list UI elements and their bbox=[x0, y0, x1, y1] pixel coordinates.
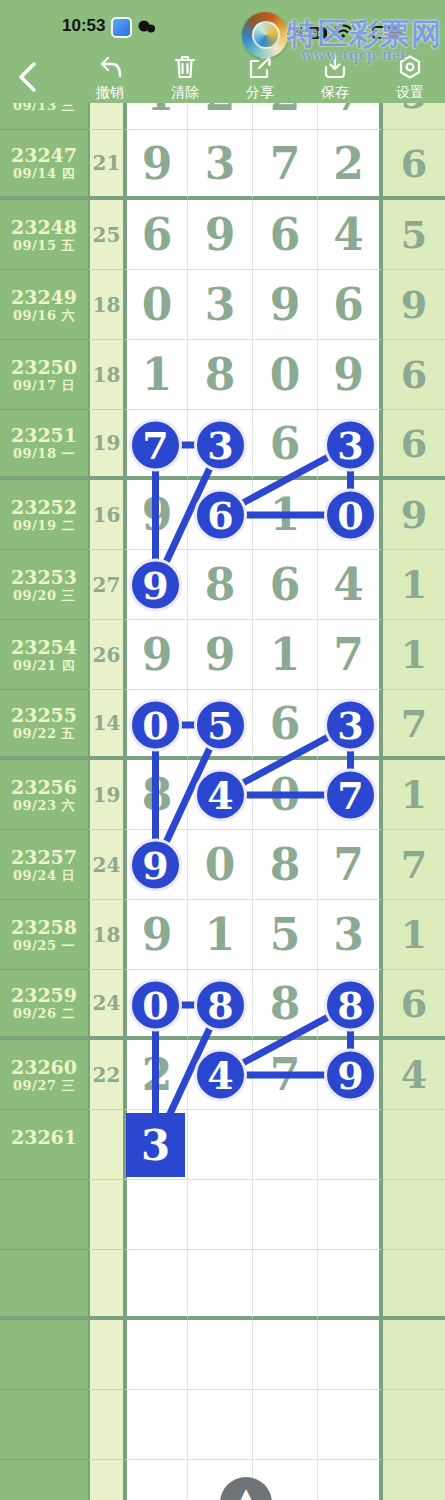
sum-cell: 16 bbox=[88, 480, 123, 550]
digit-cell[interactable]: 0 bbox=[318, 480, 383, 550]
digit-cell[interactable]: 8 bbox=[123, 760, 188, 830]
digit-cell[interactable]: 0 bbox=[123, 690, 188, 760]
table-row: 2325709/24 日2490877 bbox=[0, 830, 445, 900]
extra-digit-cell[interactable]: 6 bbox=[383, 970, 445, 1040]
table-row: 2325009/17 日1818096 bbox=[0, 340, 445, 410]
sum-cell: 19 bbox=[88, 760, 123, 830]
digit-cell[interactable]: 9 bbox=[123, 830, 188, 900]
digit-cell[interactable] bbox=[123, 1320, 188, 1390]
digit-cell[interactable] bbox=[123, 1180, 188, 1250]
table-row: 2325209/19 二1696109 bbox=[0, 480, 445, 550]
undo-label: 撤销 bbox=[78, 84, 142, 102]
table-row: 2325809/25 一1891531 bbox=[0, 900, 445, 970]
digit-cell[interactable] bbox=[123, 1110, 188, 1180]
issue-date-cell bbox=[0, 1320, 88, 1390]
table-row: 2324709/14 四2193726 bbox=[0, 130, 445, 200]
table-row bbox=[0, 1250, 445, 1320]
table-row: 2325409/21 四2699171 bbox=[0, 620, 445, 690]
digit-cell[interactable]: 2 bbox=[123, 1040, 188, 1110]
digit-cell[interactable]: 3 bbox=[188, 130, 253, 200]
extra-digit-cell[interactable]: 9 bbox=[383, 480, 445, 550]
digit-cell[interactable]: 0 bbox=[253, 340, 318, 410]
issue-number: 23261 bbox=[11, 1126, 77, 1148]
sum-cell: 24 bbox=[88, 830, 123, 900]
digit-cell[interactable]: 9 bbox=[318, 1040, 383, 1110]
sum-cell: 22 bbox=[88, 1040, 123, 1110]
digit-cell[interactable] bbox=[253, 1180, 318, 1250]
draw-date: 09/22 五 bbox=[13, 726, 75, 742]
digit-cell[interactable]: 1 bbox=[253, 620, 318, 690]
extra-digit-cell[interactable]: 6 bbox=[383, 340, 445, 410]
digit-cell[interactable]: 4 bbox=[188, 760, 253, 830]
draw-date: 09/19 二 bbox=[13, 518, 75, 534]
digit-cell[interactable]: 0 bbox=[188, 830, 253, 900]
issue-date-cell: 2325309/20 三 bbox=[0, 550, 88, 620]
digit-cell[interactable] bbox=[318, 1460, 383, 1500]
save-label: 保存 bbox=[303, 84, 367, 102]
issue-number: 23250 bbox=[11, 356, 77, 378]
sum-cell: 14 bbox=[88, 690, 123, 760]
table-row: 23261 bbox=[0, 1110, 445, 1180]
extra-digit-cell[interactable]: 1 bbox=[383, 550, 445, 620]
table-row: 2325309/20 三2798641 bbox=[0, 550, 445, 620]
extra-digit-cell[interactable] bbox=[383, 1320, 445, 1390]
table-row: 2325509/22 五1405637 bbox=[0, 690, 445, 760]
digit-cell[interactable] bbox=[318, 1250, 383, 1320]
digit-cell[interactable] bbox=[188, 1390, 253, 1460]
digit-cell[interactable]: 9 bbox=[123, 620, 188, 690]
trend-chart-table: 09/13 三422752324709/14 四21937262324809/1… bbox=[0, 60, 445, 1500]
extra-digit-cell[interactable]: 4 bbox=[383, 1040, 445, 1110]
notification-icon bbox=[138, 20, 156, 33]
clock-time: 10:53 bbox=[62, 16, 105, 36]
extra-digit-cell[interactable]: 9 bbox=[383, 270, 445, 340]
sum-cell bbox=[88, 1180, 123, 1250]
digit-cell[interactable] bbox=[253, 1320, 318, 1390]
digit-cell[interactable]: 6 bbox=[188, 480, 253, 550]
issue-date-cell: 2325109/18 一 bbox=[0, 410, 88, 480]
digit-cell[interactable]: 4 bbox=[318, 200, 383, 270]
share-label: 分享 bbox=[228, 84, 292, 102]
digit-cell[interactable] bbox=[123, 1250, 188, 1320]
digit-cell[interactable]: 8 bbox=[253, 970, 318, 1040]
extra-digit-cell[interactable]: 6 bbox=[383, 410, 445, 480]
table-row: 2325909/26 二2408886 bbox=[0, 970, 445, 1040]
digit-cell[interactable]: 9 bbox=[188, 200, 253, 270]
issue-date-cell: 2325709/24 日 bbox=[0, 830, 88, 900]
digit-cell[interactable]: 9 bbox=[123, 130, 188, 200]
undo-icon bbox=[96, 54, 124, 80]
extra-digit-cell[interactable]: 5 bbox=[383, 200, 445, 270]
issue-number: 23256 bbox=[11, 776, 77, 798]
issue-date-cell: 2325809/25 一 bbox=[0, 900, 88, 970]
issue-number: 23248 bbox=[11, 216, 77, 238]
digit-cell[interactable]: 4 bbox=[188, 1040, 253, 1110]
table-row: 2325109/18 一1973636 bbox=[0, 410, 445, 480]
digit-cell[interactable]: 6 bbox=[253, 200, 318, 270]
table-row: 2326009/27 三2224794 bbox=[0, 1040, 445, 1110]
draw-date: 09/25 一 bbox=[13, 938, 75, 954]
issue-number: 23258 bbox=[11, 916, 77, 938]
share-button[interactable]: 分享 bbox=[228, 54, 292, 102]
issue-date-cell: 2325209/19 二 bbox=[0, 480, 88, 550]
issue-date-cell: 2325009/17 日 bbox=[0, 340, 88, 410]
extra-digit-cell[interactable] bbox=[383, 1460, 445, 1500]
issue-number: 23257 bbox=[11, 846, 77, 868]
trash-icon bbox=[172, 54, 198, 80]
issue-date-cell: 2325609/23 六 bbox=[0, 760, 88, 830]
issue-date-cell: 2324709/14 四 bbox=[0, 130, 88, 200]
extra-digit-cell[interactable]: 6 bbox=[383, 130, 445, 200]
sum-cell: 24 bbox=[88, 970, 123, 1040]
draw-date: 09/26 二 bbox=[13, 1006, 75, 1022]
issue-date-cell: 2325509/22 五 bbox=[0, 690, 88, 760]
digit-cell[interactable]: 6 bbox=[318, 270, 383, 340]
digit-cell[interactable]: 8 bbox=[188, 550, 253, 620]
settings-label: 设置 bbox=[378, 84, 442, 102]
digit-cell[interactable] bbox=[318, 1320, 383, 1390]
digit-cell[interactable]: 4 bbox=[318, 550, 383, 620]
sum-cell: 25 bbox=[88, 200, 123, 270]
table-row: 2324809/15 五2569645 bbox=[0, 200, 445, 270]
draw-date: 09/16 六 bbox=[13, 308, 75, 324]
digit-cell[interactable]: 3 bbox=[318, 690, 383, 760]
digit-cell[interactable] bbox=[123, 1460, 188, 1500]
extra-digit-cell[interactable]: 1 bbox=[383, 760, 445, 830]
digit-cell[interactable]: 0 bbox=[253, 760, 318, 830]
draw-date: 09/17 日 bbox=[13, 378, 75, 394]
digit-cell[interactable]: 9 bbox=[253, 270, 318, 340]
issue-date-cell: 2324809/15 五 bbox=[0, 200, 88, 270]
clear-button[interactable]: 清除 bbox=[153, 54, 217, 102]
digit-cell[interactable] bbox=[318, 1390, 383, 1460]
issue-date-cell bbox=[0, 1390, 88, 1460]
digit-cell[interactable]: 9 bbox=[123, 480, 188, 550]
digit-cell[interactable] bbox=[318, 1110, 383, 1180]
issue-date-cell bbox=[0, 1250, 88, 1320]
issue-date-cell: 23261 bbox=[0, 1110, 88, 1180]
up-triangle-icon: ▲ bbox=[240, 1485, 252, 1500]
extra-digit-cell[interactable] bbox=[383, 1180, 445, 1250]
digit-cell[interactable]: 3 bbox=[188, 410, 253, 480]
digit-cell[interactable]: 7 bbox=[123, 410, 188, 480]
issue-date-cell: 2326009/27 三 bbox=[0, 1040, 88, 1110]
undo-button[interactable]: 撤销 bbox=[78, 54, 142, 102]
issue-number: 23259 bbox=[11, 984, 77, 1006]
issue-date-cell: 2324909/16 六 bbox=[0, 270, 88, 340]
sum-cell: 27 bbox=[88, 550, 123, 620]
issue-number: 23251 bbox=[11, 424, 77, 446]
draw-date: 09/14 四 bbox=[13, 166, 75, 182]
sum-cell bbox=[88, 1250, 123, 1320]
issue-number: 23252 bbox=[11, 496, 77, 518]
issue-number: 23253 bbox=[11, 566, 77, 588]
table-row: 2324909/16 六1803969 bbox=[0, 270, 445, 340]
sum-cell: 26 bbox=[88, 620, 123, 690]
digit-cell[interactable] bbox=[123, 1390, 188, 1460]
extra-digit-cell[interactable]: 7 bbox=[383, 690, 445, 760]
issue-number: 23247 bbox=[11, 144, 77, 166]
sum-cell: 21 bbox=[88, 130, 123, 200]
digit-cell[interactable]: 3 bbox=[188, 270, 253, 340]
digit-cell[interactable] bbox=[253, 1110, 318, 1180]
draw-date: 09/20 三 bbox=[13, 588, 75, 604]
issue-number: 23249 bbox=[11, 286, 77, 308]
digit-cell[interactable] bbox=[188, 1320, 253, 1390]
digit-cell[interactable] bbox=[318, 1180, 383, 1250]
digit-cell[interactable]: 7 bbox=[318, 760, 383, 830]
site-logo-icon bbox=[242, 12, 288, 58]
app-screen: 09/13 三422752324709/14 四21937262324809/1… bbox=[0, 0, 445, 1500]
sum-cell: 18 bbox=[88, 340, 123, 410]
digit-cell[interactable] bbox=[188, 1250, 253, 1320]
digit-cell[interactable] bbox=[253, 1250, 318, 1320]
clear-label: 清除 bbox=[153, 84, 217, 102]
extra-digit-cell[interactable]: 1 bbox=[383, 620, 445, 690]
digit-cell[interactable]: 8 bbox=[318, 970, 383, 1040]
digit-cell[interactable] bbox=[253, 1390, 318, 1460]
table-row bbox=[0, 1180, 445, 1250]
digit-cell[interactable]: 6 bbox=[253, 690, 318, 760]
digit-cell[interactable] bbox=[188, 1180, 253, 1250]
digit-cell[interactable]: 6 bbox=[253, 410, 318, 480]
digit-cell[interactable]: 8 bbox=[253, 830, 318, 900]
draw-date: 09/15 五 bbox=[13, 238, 75, 254]
extra-digit-cell[interactable]: 7 bbox=[383, 830, 445, 900]
table-row bbox=[0, 1320, 445, 1390]
digit-cell[interactable]: 1 bbox=[123, 340, 188, 410]
issue-number: 23255 bbox=[11, 704, 77, 726]
digit-cell[interactable]: 3 bbox=[318, 410, 383, 480]
digit-cell[interactable]: 8 bbox=[188, 970, 253, 1040]
digit-cell[interactable]: 9 bbox=[123, 900, 188, 970]
issue-number: 23254 bbox=[11, 636, 77, 658]
sum-cell bbox=[88, 1390, 123, 1460]
digit-cell[interactable]: 9 bbox=[188, 620, 253, 690]
digit-cell[interactable]: 7 bbox=[318, 620, 383, 690]
sum-cell: 19 bbox=[88, 410, 123, 480]
sum-cell bbox=[88, 1460, 123, 1500]
digit-cell[interactable]: 7 bbox=[253, 1040, 318, 1110]
digit-cell[interactable]: 1 bbox=[253, 480, 318, 550]
digit-cell[interactable]: 8 bbox=[188, 340, 253, 410]
sum-cell: 18 bbox=[88, 270, 123, 340]
digit-cell[interactable]: 1 bbox=[188, 900, 253, 970]
digit-cell[interactable]: 9 bbox=[318, 340, 383, 410]
draw-date: 09/24 日 bbox=[13, 868, 75, 884]
issue-date-cell bbox=[0, 1180, 88, 1250]
table-row bbox=[0, 1390, 445, 1460]
watermark-site-url: www.tqcp.net bbox=[301, 46, 406, 64]
sum-cell bbox=[88, 1110, 123, 1180]
extra-digit-cell[interactable]: 1 bbox=[383, 900, 445, 970]
issue-date-cell: 2325409/21 四 bbox=[0, 620, 88, 690]
issue-date-cell: 2325909/26 二 bbox=[0, 970, 88, 1040]
digit-cell[interactable]: 0 bbox=[123, 270, 188, 340]
messenger-app-icon bbox=[111, 17, 132, 38]
digit-cell[interactable]: 7 bbox=[318, 830, 383, 900]
extra-digit-cell[interactable] bbox=[383, 1250, 445, 1320]
sum-cell bbox=[88, 1320, 123, 1390]
extra-digit-cell[interactable] bbox=[383, 1110, 445, 1180]
draw-date: 09/27 三 bbox=[13, 1078, 75, 1094]
draw-date: 09/23 六 bbox=[13, 798, 75, 814]
extra-digit-cell[interactable] bbox=[383, 1390, 445, 1460]
digit-cell[interactable]: 6 bbox=[253, 550, 318, 620]
digit-cell[interactable]: 0 bbox=[123, 970, 188, 1040]
draw-date: 09/18 一 bbox=[13, 446, 75, 462]
sum-cell: 18 bbox=[88, 900, 123, 970]
back-button[interactable] bbox=[14, 60, 40, 94]
issue-number: 23260 bbox=[11, 1056, 77, 1078]
share-icon bbox=[247, 54, 273, 80]
issue-date-cell bbox=[0, 1460, 88, 1500]
draw-date: 09/21 四 bbox=[13, 658, 75, 674]
digit-cell[interactable]: 2 bbox=[318, 130, 383, 200]
digit-cell[interactable]: 5 bbox=[188, 690, 253, 760]
table-row: 2325609/23 六1984071 bbox=[0, 760, 445, 830]
digit-cell[interactable] bbox=[188, 1110, 253, 1180]
digit-cell[interactable]: 5 bbox=[253, 900, 318, 970]
digit-cell[interactable]: 7 bbox=[253, 130, 318, 200]
digit-cell[interactable]: 3 bbox=[318, 900, 383, 970]
digit-cell[interactable]: 6 bbox=[123, 200, 188, 270]
digit-cell[interactable]: 9 bbox=[123, 550, 188, 620]
